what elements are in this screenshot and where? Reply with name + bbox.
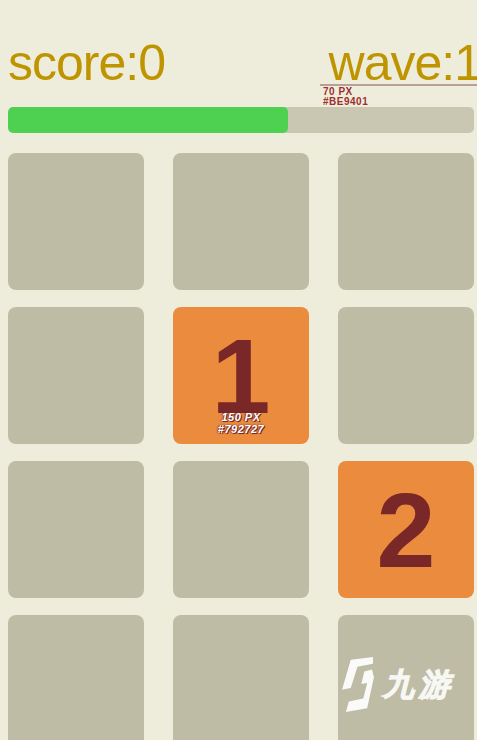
- empty-cell: [173, 153, 309, 290]
- tile-2: 2: [338, 461, 474, 598]
- empty-cell: [173, 461, 309, 598]
- empty-cell: [8, 307, 144, 444]
- watermark: 九游: [341, 656, 455, 714]
- wave-font-annotation: 70 PX #BE9401: [323, 87, 368, 107]
- tile-font-annotation: 150 PX #792727: [173, 411, 309, 435]
- empty-cell: [8, 461, 144, 598]
- wave-progress-fill: [8, 107, 288, 133]
- empty-cell: [338, 153, 474, 290]
- board[interactable]: 12: [8, 153, 474, 740]
- empty-cell: [8, 615, 144, 740]
- wave-progress-bar: [8, 107, 474, 133]
- empty-cell: [338, 307, 474, 444]
- empty-cell: [173, 615, 309, 740]
- watermark-brand-text: 九游: [383, 664, 455, 706]
- jiuyou-g-logo-icon: [341, 656, 374, 714]
- score-label: score:0: [8, 38, 165, 88]
- game-screen: score:0 wave:1 70 PX #BE9401 12 150 PX #…: [0, 0, 477, 740]
- wave-label: wave:1: [329, 38, 477, 88]
- empty-cell: [8, 153, 144, 290]
